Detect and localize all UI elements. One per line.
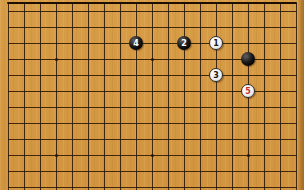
intersection-c7-r5[interactable] (96, 67, 112, 83)
intersection-c5-r2[interactable] (64, 19, 80, 35)
intersection-c12-r8[interactable] (176, 115, 192, 131)
intersection-c8-r10[interactable] (112, 147, 128, 163)
intersection-c5-r4[interactable] (64, 51, 80, 67)
intersection-c9-r3[interactable]: 4 (128, 35, 144, 51)
intersection-c5-r12[interactable] (64, 179, 80, 190)
intersection-c18-r12[interactable] (272, 179, 288, 190)
intersection-c2-r10[interactable] (16, 147, 32, 163)
go-board[interactable]: 42135 (0, 3, 304, 190)
intersection-c4-r12[interactable] (48, 179, 64, 190)
star-point (151, 154, 154, 157)
intersection-c3-r11[interactable] (32, 163, 48, 179)
intersection-c14-r1[interactable] (208, 3, 224, 19)
intersection-c7-r11[interactable] (96, 163, 112, 179)
intersection-c13-r6[interactable] (192, 83, 208, 99)
intersection-c3-r6[interactable] (32, 83, 48, 99)
intersection-c7-r1[interactable] (96, 3, 112, 19)
intersection-c19-r12[interactable] (288, 179, 304, 190)
intersection-c17-r11[interactable] (256, 163, 272, 179)
intersection-c2-r4[interactable] (16, 51, 32, 67)
intersection-c1-r3[interactable] (0, 35, 16, 51)
intersection-c13-r3[interactable] (192, 35, 208, 51)
board-top-edge-line (7, 2, 297, 4)
intersection-c13-r5[interactable] (192, 67, 208, 83)
stone-white-move-5[interactable]: 5 (241, 84, 255, 98)
intersection-c8-r3[interactable] (112, 35, 128, 51)
intersection-c4-r1[interactable] (48, 3, 64, 19)
intersection-c13-r11[interactable] (192, 163, 208, 179)
intersection-c10-r8[interactable] (144, 115, 160, 131)
intersection-c15-r1[interactable] (224, 3, 240, 19)
intersection-c6-r12[interactable] (80, 179, 96, 190)
intersection-c2-r8[interactable] (16, 115, 32, 131)
intersection-c11-r8[interactable] (160, 115, 176, 131)
intersection-c2-r7[interactable] (16, 99, 32, 115)
intersection-c9-r9[interactable] (128, 131, 144, 147)
intersection-c13-r7[interactable] (192, 99, 208, 115)
move-number: 3 (213, 72, 219, 80)
intersection-c11-r4[interactable] (160, 51, 176, 67)
intersection-c13-r1[interactable] (192, 3, 208, 19)
intersection-c2-r2[interactable] (16, 19, 32, 35)
intersection-c10-r11[interactable] (144, 163, 160, 179)
intersection-c16-r10[interactable] (240, 147, 256, 163)
intersection-c4-r5[interactable] (48, 67, 64, 83)
intersection-c12-r10[interactable] (176, 147, 192, 163)
move-number: 2 (181, 40, 187, 48)
intersection-c4-r8[interactable] (48, 115, 64, 131)
intersection-c14-r8[interactable] (208, 115, 224, 131)
intersection-c10-r6[interactable] (144, 83, 160, 99)
intersection-c18-r2[interactable] (272, 19, 288, 35)
intersection-c19-r5[interactable] (288, 67, 304, 83)
intersection-c11-r10[interactable] (160, 147, 176, 163)
intersection-c9-r6[interactable] (128, 83, 144, 99)
stone-white-move-1[interactable]: 1 (209, 36, 223, 50)
intersection-c9-r1[interactable] (128, 3, 144, 19)
intersection-c19-r10[interactable] (288, 147, 304, 163)
intersection-c10-r1[interactable] (144, 3, 160, 19)
intersection-c12-r11[interactable] (176, 163, 192, 179)
intersection-c17-r10[interactable] (256, 147, 272, 163)
intersection-c11-r6[interactable] (160, 83, 176, 99)
intersection-c7-r7[interactable] (96, 99, 112, 115)
intersection-c7-r6[interactable] (96, 83, 112, 99)
intersection-c3-r10[interactable] (32, 147, 48, 163)
intersection-c16-r2[interactable] (240, 19, 256, 35)
intersection-c17-r8[interactable] (256, 115, 272, 131)
intersection-c2-r1[interactable] (16, 3, 32, 19)
intersection-c8-r5[interactable] (112, 67, 128, 83)
intersection-c4-r4[interactable] (48, 51, 64, 67)
intersection-c16-r3[interactable] (240, 35, 256, 51)
intersection-c14-r12[interactable] (208, 179, 224, 190)
intersection-c4-r3[interactable] (48, 35, 64, 51)
intersection-c7-r3[interactable] (96, 35, 112, 51)
intersection-c3-r9[interactable] (32, 131, 48, 147)
intersection-c16-r8[interactable] (240, 115, 256, 131)
intersection-c4-r2[interactable] (48, 19, 64, 35)
intersection-c19-r2[interactable] (288, 19, 304, 35)
intersection-c1-r6[interactable] (0, 83, 16, 99)
intersection-c13-r12[interactable] (192, 179, 208, 190)
intersection-c5-r11[interactable] (64, 163, 80, 179)
intersection-c6-r11[interactable] (80, 163, 96, 179)
intersection-c6-r4[interactable] (80, 51, 96, 67)
intersection-c17-r1[interactable] (256, 3, 272, 19)
intersection-c9-r10[interactable] (128, 147, 144, 163)
intersection-c1-r10[interactable] (0, 147, 16, 163)
intersection-c11-r3[interactable] (160, 35, 176, 51)
intersection-c18-r11[interactable] (272, 163, 288, 179)
intersection-c6-r5[interactable] (80, 67, 96, 83)
intersection-c19-r1[interactable] (288, 3, 304, 19)
intersection-c10-r10[interactable] (144, 147, 160, 163)
intersection-c16-r1[interactable] (240, 3, 256, 19)
intersection-c15-r5[interactable] (224, 67, 240, 83)
intersection-c11-r7[interactable] (160, 99, 176, 115)
intersection-c8-r8[interactable] (112, 115, 128, 131)
intersection-c14-r11[interactable] (208, 163, 224, 179)
intersection-c6-r1[interactable] (80, 3, 96, 19)
intersection-c7-r2[interactable] (96, 19, 112, 35)
intersection-c18-r6[interactable] (272, 83, 288, 99)
intersection-c12-r5[interactable] (176, 67, 192, 83)
intersection-c3-r3[interactable] (32, 35, 48, 51)
intersection-c19-r4[interactable] (288, 51, 304, 67)
intersection-c1-r7[interactable] (0, 99, 16, 115)
intersection-c10-r7[interactable] (144, 99, 160, 115)
intersection-c7-r12[interactable] (96, 179, 112, 190)
intersection-c8-r12[interactable] (112, 179, 128, 190)
intersection-c14-r3[interactable]: 1 (208, 35, 224, 51)
intersection-c7-r8[interactable] (96, 115, 112, 131)
intersection-c18-r3[interactable] (272, 35, 288, 51)
intersection-c14-r4[interactable] (208, 51, 224, 67)
intersection-c6-r9[interactable] (80, 131, 96, 147)
intersection-c15-r3[interactable] (224, 35, 240, 51)
intersection-c18-r7[interactable] (272, 99, 288, 115)
intersection-c16-r5[interactable] (240, 67, 256, 83)
intersection-c5-r8[interactable] (64, 115, 80, 131)
intersection-c10-r3[interactable] (144, 35, 160, 51)
stone-black-move-2[interactable]: 2 (177, 36, 191, 50)
intersection-c3-r5[interactable] (32, 67, 48, 83)
intersection-c11-r9[interactable] (160, 131, 176, 147)
intersection-c8-r1[interactable] (112, 3, 128, 19)
intersection-c14-r2[interactable] (208, 19, 224, 35)
stone-black-move-4[interactable]: 4 (129, 36, 143, 50)
intersection-c4-r9[interactable] (48, 131, 64, 147)
intersection-c16-r6[interactable]: 5 (240, 83, 256, 99)
intersection-c9-r2[interactable] (128, 19, 144, 35)
intersection-c9-r5[interactable] (128, 67, 144, 83)
intersection-c12-r6[interactable] (176, 83, 192, 99)
move-number: 5 (245, 88, 251, 96)
intersection-c10-r5[interactable] (144, 67, 160, 83)
intersection-c7-r9[interactable] (96, 131, 112, 147)
intersection-c1-r12[interactable] (0, 179, 16, 190)
intersection-c8-r7[interactable] (112, 99, 128, 115)
intersection-c15-r12[interactable] (224, 179, 240, 190)
intersection-c15-r7[interactable] (224, 99, 240, 115)
intersection-c4-r7[interactable] (48, 99, 64, 115)
intersection-c18-r5[interactable] (272, 67, 288, 83)
intersection-c18-r4[interactable] (272, 51, 288, 67)
intersection-c11-r12[interactable] (160, 179, 176, 190)
intersection-c4-r6[interactable] (48, 83, 64, 99)
intersection-c6-r8[interactable] (80, 115, 96, 131)
intersection-c6-r3[interactable] (80, 35, 96, 51)
intersection-c15-r6[interactable] (224, 83, 240, 99)
intersection-c19-r7[interactable] (288, 99, 304, 115)
intersection-c13-r9[interactable] (192, 131, 208, 147)
intersection-c11-r1[interactable] (160, 3, 176, 19)
intersection-c14-r9[interactable] (208, 131, 224, 147)
intersection-c9-r8[interactable] (128, 115, 144, 131)
intersection-c19-r8[interactable] (288, 115, 304, 131)
intersection-c18-r8[interactable] (272, 115, 288, 131)
intersection-c3-r1[interactable] (32, 3, 48, 19)
intersection-c17-r9[interactable] (256, 131, 272, 147)
intersection-c10-r9[interactable] (144, 131, 160, 147)
star-point (247, 154, 250, 157)
intersection-c7-r10[interactable] (96, 147, 112, 163)
intersection-c12-r9[interactable] (176, 131, 192, 147)
intersection-c2-r6[interactable] (16, 83, 32, 99)
intersection-c14-r6[interactable] (208, 83, 224, 99)
intersection-c8-r2[interactable] (112, 19, 128, 35)
intersection-c12-r2[interactable] (176, 19, 192, 35)
intersection-c15-r9[interactable] (224, 131, 240, 147)
intersection-c4-r11[interactable] (48, 163, 64, 179)
intersection-c19-r3[interactable] (288, 35, 304, 51)
go-board-diagram: 42135 (0, 0, 304, 190)
intersection-c3-r2[interactable] (32, 19, 48, 35)
intersection-c3-r7[interactable] (32, 99, 48, 115)
intersection-c6-r6[interactable] (80, 83, 96, 99)
intersection-c18-r1[interactable] (272, 3, 288, 19)
intersection-c11-r5[interactable] (160, 67, 176, 83)
intersection-c15-r4[interactable] (224, 51, 240, 67)
intersection-c8-r11[interactable] (112, 163, 128, 179)
intersection-c13-r2[interactable] (192, 19, 208, 35)
intersection-c19-r11[interactable] (288, 163, 304, 179)
intersection-c12-r4[interactable] (176, 51, 192, 67)
intersection-c2-r3[interactable] (16, 35, 32, 51)
intersection-c13-r4[interactable] (192, 51, 208, 67)
intersection-c2-r11[interactable] (16, 163, 32, 179)
intersection-c12-r12[interactable] (176, 179, 192, 190)
intersection-c14-r7[interactable] (208, 99, 224, 115)
intersection-c17-r12[interactable] (256, 179, 272, 190)
intersection-c9-r11[interactable] (128, 163, 144, 179)
intersection-c17-r2[interactable] (256, 19, 272, 35)
intersection-c2-r5[interactable] (16, 67, 32, 83)
intersection-c12-r3[interactable]: 2 (176, 35, 192, 51)
intersection-c16-r9[interactable] (240, 131, 256, 147)
intersection-c14-r10[interactable] (208, 147, 224, 163)
star-point (55, 58, 58, 61)
intersection-c5-r7[interactable] (64, 99, 80, 115)
intersection-c6-r10[interactable] (80, 147, 96, 163)
intersection-c3-r4[interactable] (32, 51, 48, 67)
intersection-c9-r12[interactable] (128, 179, 144, 190)
intersection-c8-r6[interactable] (112, 83, 128, 99)
intersection-c3-r12[interactable] (32, 179, 48, 190)
intersection-c1-r1[interactable] (0, 3, 16, 19)
intersection-c1-r9[interactable] (0, 131, 16, 147)
intersection-c1-r2[interactable] (0, 19, 16, 35)
intersection-c18-r10[interactable] (272, 147, 288, 163)
intersection-c7-r4[interactable] (96, 51, 112, 67)
intersection-c5-r3[interactable] (64, 35, 80, 51)
intersection-c16-r7[interactable] (240, 99, 256, 115)
intersection-c10-r2[interactable] (144, 19, 160, 35)
intersection-c17-r3[interactable] (256, 35, 272, 51)
intersection-c16-r4[interactable] (240, 51, 256, 67)
intersection-c9-r4[interactable] (128, 51, 144, 67)
star-point (55, 154, 58, 157)
intersection-c11-r11[interactable] (160, 163, 176, 179)
intersection-c15-r8[interactable] (224, 115, 240, 131)
intersection-c19-r9[interactable] (288, 131, 304, 147)
intersection-c17-r4[interactable] (256, 51, 272, 67)
intersection-c6-r2[interactable] (80, 19, 96, 35)
intersection-c5-r10[interactable] (64, 147, 80, 163)
intersection-c1-r8[interactable] (0, 115, 16, 131)
intersection-c2-r9[interactable] (16, 131, 32, 147)
intersection-c2-r12[interactable] (16, 179, 32, 190)
intersection-c13-r10[interactable] (192, 147, 208, 163)
intersection-c15-r2[interactable] (224, 19, 240, 35)
intersection-c13-r8[interactable] (192, 115, 208, 131)
move-number: 4 (133, 40, 139, 48)
intersection-c10-r4[interactable] (144, 51, 160, 67)
intersection-c15-r10[interactable] (224, 147, 240, 163)
move-number: 1 (213, 40, 219, 48)
star-point (151, 58, 154, 61)
intersection-c19-r6[interactable] (288, 83, 304, 99)
intersection-c17-r7[interactable] (256, 99, 272, 115)
intersection-c15-r11[interactable] (224, 163, 240, 179)
intersection-c16-r11[interactable] (240, 163, 256, 179)
intersection-c10-r12[interactable] (144, 179, 160, 190)
intersection-c6-r7[interactable] (80, 99, 96, 115)
intersection-c9-r7[interactable] (128, 99, 144, 115)
intersection-c4-r10[interactable] (48, 147, 64, 163)
intersection-c5-r5[interactable] (64, 67, 80, 83)
intersection-c18-r9[interactable] (272, 131, 288, 147)
intersection-c16-r12[interactable] (240, 179, 256, 190)
intersection-c8-r9[interactable] (112, 131, 128, 147)
stone-black-hoshi[interactable] (241, 52, 255, 66)
stone-white-move-3[interactable]: 3 (209, 68, 223, 82)
intersection-c1-r11[interactable] (0, 163, 16, 179)
intersection-c5-r6[interactable] (64, 83, 80, 99)
intersection-c12-r7[interactable] (176, 99, 192, 115)
intersection-c8-r4[interactable] (112, 51, 128, 67)
intersection-c17-r5[interactable] (256, 67, 272, 83)
intersection-c14-r5[interactable]: 3 (208, 67, 224, 83)
intersection-c12-r1[interactable] (176, 3, 192, 19)
intersection-c11-r2[interactable] (160, 19, 176, 35)
intersection-c5-r1[interactable] (64, 3, 80, 19)
intersection-c1-r4[interactable] (0, 51, 16, 67)
intersection-c5-r9[interactable] (64, 131, 80, 147)
intersection-c1-r5[interactable] (0, 67, 16, 83)
intersection-c3-r8[interactable] (32, 115, 48, 131)
intersection-c17-r6[interactable] (256, 83, 272, 99)
